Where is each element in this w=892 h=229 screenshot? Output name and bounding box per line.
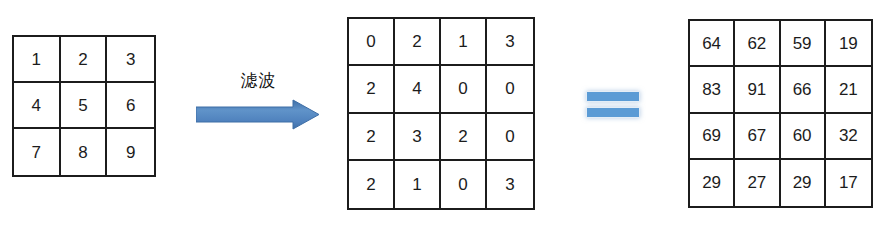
result-cell: 62 [735, 21, 780, 67]
input-cell: 1 [14, 37, 61, 83]
filter-label: 滤波 [196, 69, 321, 92]
kernel-cell: 0 [487, 66, 533, 113]
input-matrix: 1 2 3 4 5 6 7 8 9 [12, 35, 156, 177]
kernel-cell: 0 [487, 114, 533, 161]
kernel-cell: 4 [395, 66, 441, 113]
result-cell: 59 [781, 21, 826, 67]
input-cell: 7 [14, 129, 61, 175]
filter-diagram: 1 2 3 4 5 6 7 8 9 滤波 0 2 1 3 2 4 0 0 2 [0, 0, 892, 229]
result-cell: 83 [690, 67, 735, 113]
equals-icon [586, 91, 640, 118]
result-matrix: 64 62 59 19 83 91 66 21 69 67 60 32 29 2… [688, 19, 873, 208]
right-arrow-icon [196, 99, 321, 130]
kernel-cell: 2 [349, 66, 395, 113]
kernel-cell: 2 [349, 114, 395, 161]
equals-bar [586, 107, 640, 118]
result-cell: 67 [735, 114, 780, 160]
kernel-cell: 3 [487, 161, 533, 208]
result-cell: 29 [781, 160, 826, 206]
input-cell: 5 [61, 83, 108, 129]
result-cell: 91 [735, 67, 780, 113]
input-cell: 9 [107, 129, 154, 175]
result-cell: 19 [826, 21, 871, 67]
input-cell: 3 [107, 37, 154, 83]
kernel-cell: 2 [349, 161, 395, 208]
input-cell: 8 [61, 129, 108, 175]
kernel-cell: 0 [349, 19, 395, 66]
result-cell: 27 [735, 160, 780, 206]
input-cell: 6 [107, 83, 154, 129]
kernel-cell: 3 [395, 114, 441, 161]
result-cell: 60 [781, 114, 826, 160]
kernel-cell: 1 [395, 161, 441, 208]
kernel-cell: 1 [441, 19, 487, 66]
kernel-cell: 0 [441, 66, 487, 113]
result-cell: 32 [826, 114, 871, 160]
kernel-cell: 2 [441, 114, 487, 161]
kernel-cell: 0 [441, 161, 487, 208]
kernel-matrix: 0 2 1 3 2 4 0 0 2 3 2 0 2 1 0 3 [347, 17, 535, 210]
equals-bar [586, 91, 640, 102]
result-cell: 29 [690, 160, 735, 206]
result-cell: 66 [781, 67, 826, 113]
result-cell: 17 [826, 160, 871, 206]
result-cell: 64 [690, 21, 735, 67]
result-cell: 69 [690, 114, 735, 160]
kernel-cell: 2 [395, 19, 441, 66]
input-cell: 2 [61, 37, 108, 83]
kernel-cell: 3 [487, 19, 533, 66]
result-cell: 21 [826, 67, 871, 113]
input-cell: 4 [14, 83, 61, 129]
